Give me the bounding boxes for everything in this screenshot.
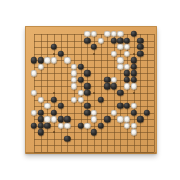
- black-stone: [111, 83, 117, 89]
- black-stone: [31, 122, 37, 128]
- go-board[interactable]: [25, 26, 157, 154]
- black-stone: [84, 109, 90, 115]
- white-stone: [51, 57, 57, 63]
- black-stone: [37, 109, 43, 115]
- white-stone: [84, 31, 90, 37]
- grid-line-horizontal: [34, 152, 154, 153]
- hoshi-point: [93, 92, 95, 94]
- grid-line-vertical: [67, 34, 68, 152]
- hoshi-point: [53, 131, 55, 133]
- white-stone: [117, 31, 123, 37]
- white-stone: [91, 31, 97, 37]
- black-stone: [64, 116, 70, 122]
- grid-line-vertical: [147, 34, 148, 152]
- black-stone: [84, 83, 90, 89]
- white-stone: [124, 64, 130, 70]
- black-stone: [131, 70, 137, 76]
- white-stone: [124, 122, 130, 128]
- white-stone: [71, 96, 77, 102]
- black-stone: [37, 57, 43, 63]
- black-stone: [44, 122, 50, 128]
- grid-line-vertical: [47, 34, 48, 152]
- black-stone: [64, 136, 70, 142]
- black-stone: [31, 57, 37, 63]
- grid-line-vertical: [107, 34, 108, 152]
- white-stone: [131, 129, 137, 135]
- black-stone: [51, 109, 57, 115]
- white-stone: [117, 64, 123, 70]
- black-stone: [131, 64, 137, 70]
- white-stone: [84, 122, 90, 128]
- hoshi-point: [93, 53, 95, 55]
- white-stone: [44, 103, 50, 109]
- white-stone: [77, 96, 83, 102]
- white-stone: [71, 77, 77, 83]
- white-stone: [31, 90, 37, 96]
- black-stone: [137, 37, 143, 43]
- black-stone: [77, 77, 83, 83]
- hoshi-point: [53, 92, 55, 94]
- white-stone: [131, 103, 137, 109]
- white-stone: [71, 70, 77, 76]
- black-stone: [37, 129, 43, 135]
- white-stone: [111, 77, 117, 83]
- white-stone: [124, 50, 130, 56]
- white-stone: [51, 116, 57, 122]
- black-stone: [111, 37, 117, 43]
- black-stone: [124, 37, 130, 43]
- grid-line-vertical: [101, 34, 102, 152]
- white-stone: [37, 64, 43, 70]
- white-stone: [31, 70, 37, 76]
- white-stone: [64, 122, 70, 128]
- black-stone: [124, 103, 130, 109]
- black-stone: [84, 70, 90, 76]
- black-stone: [51, 44, 57, 50]
- white-stone: [37, 96, 43, 102]
- white-stone: [57, 122, 63, 128]
- white-stone: [117, 44, 123, 50]
- grid-line-vertical: [154, 34, 155, 152]
- white-stone: [91, 109, 97, 115]
- white-stone: [131, 83, 137, 89]
- black-stone: [137, 50, 143, 56]
- black-stone: [77, 122, 83, 128]
- black-stone: [144, 109, 150, 115]
- white-stone: [97, 37, 103, 43]
- white-stone: [131, 122, 137, 128]
- white-stone: [117, 57, 123, 63]
- white-stone: [111, 31, 117, 37]
- white-stone: [91, 116, 97, 122]
- black-stone: [124, 77, 130, 83]
- black-stone: [97, 96, 103, 102]
- hoshi-point: [133, 92, 135, 94]
- white-stone: [124, 83, 130, 89]
- white-stone: [124, 44, 130, 50]
- photo-background: [0, 0, 180, 180]
- black-stone: [137, 44, 143, 50]
- black-stone: [84, 90, 90, 96]
- white-stone: [44, 116, 50, 122]
- black-stone: [104, 83, 110, 89]
- hoshi-point: [53, 53, 55, 55]
- black-stone: [117, 90, 123, 96]
- black-stone: [91, 44, 97, 50]
- white-stone: [44, 57, 50, 63]
- white-stone: [77, 90, 83, 96]
- black-stone: [77, 64, 83, 70]
- black-stone: [57, 116, 63, 122]
- black-stone: [84, 37, 90, 43]
- black-stone: [124, 70, 130, 76]
- black-stone: [117, 37, 123, 43]
- black-stone: [37, 122, 43, 128]
- white-stone: [31, 109, 37, 115]
- black-stone: [131, 77, 137, 83]
- black-stone: [57, 103, 63, 109]
- black-stone: [84, 103, 90, 109]
- black-stone: [131, 109, 137, 115]
- white-stone: [124, 116, 130, 122]
- black-stone: [104, 116, 110, 122]
- white-stone: [71, 83, 77, 89]
- black-stone: [137, 116, 143, 122]
- black-stone: [104, 77, 110, 83]
- white-stone: [117, 116, 123, 122]
- hoshi-point: [133, 53, 135, 55]
- black-stone: [97, 122, 103, 128]
- white-stone: [111, 109, 117, 115]
- grid-line-vertical: [74, 34, 75, 152]
- white-stone: [104, 31, 110, 37]
- white-stone: [71, 64, 77, 70]
- white-stone: [111, 50, 117, 56]
- black-stone: [51, 96, 57, 102]
- black-stone: [57, 50, 63, 56]
- black-stone: [91, 129, 97, 135]
- black-stone: [131, 57, 137, 63]
- black-stone: [37, 116, 43, 122]
- black-stone: [117, 103, 123, 109]
- white-stone: [64, 57, 70, 63]
- black-stone: [131, 31, 137, 37]
